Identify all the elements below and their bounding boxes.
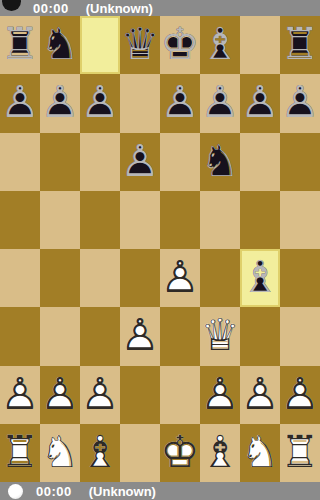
white-player-icon: [8, 484, 23, 499]
square-e4[interactable]: ♟♙: [160, 249, 200, 307]
square-b2[interactable]: ♟♙: [40, 366, 80, 424]
square-a3[interactable]: [0, 307, 40, 365]
square-b8[interactable]: ♞♘: [40, 16, 80, 74]
square-g6[interactable]: [240, 133, 280, 191]
square-g5[interactable]: [240, 191, 280, 249]
white-pawn: ♟♙: [0, 366, 40, 424]
square-b7[interactable]: ♟♙: [40, 74, 80, 132]
black-queen: ♛♕: [120, 16, 160, 74]
square-f3[interactable]: ♛♕: [200, 307, 240, 365]
black-player-icon: [2, 0, 21, 11]
black-pawn: ♟♙: [0, 74, 40, 132]
white-pawn: ♟♙: [280, 366, 320, 424]
square-b5[interactable]: [40, 191, 80, 249]
white-knight: ♞♘: [40, 424, 80, 482]
black-rook: ♜♖: [280, 16, 320, 74]
black-king: ♚♔: [160, 16, 200, 74]
square-g8[interactable]: [240, 16, 280, 74]
black-bishop: ♝♗: [200, 16, 240, 74]
square-a1[interactable]: ♜♖: [0, 424, 40, 482]
square-c6[interactable]: [80, 133, 120, 191]
square-g3[interactable]: [240, 307, 280, 365]
square-g4[interactable]: ♝♗: [240, 249, 280, 307]
square-g7[interactable]: ♟♙: [240, 74, 280, 132]
square-d4[interactable]: [120, 249, 160, 307]
square-e1[interactable]: ♚♔: [160, 424, 200, 482]
square-b1[interactable]: ♞♘: [40, 424, 80, 482]
white-rook: ♜♖: [280, 424, 320, 482]
square-h6[interactable]: [280, 133, 320, 191]
square-a2[interactable]: ♟♙: [0, 366, 40, 424]
white-player-name: (Unknown): [89, 484, 156, 499]
square-h7[interactable]: ♟♙: [280, 74, 320, 132]
square-b6[interactable]: [40, 133, 80, 191]
square-a4[interactable]: [0, 249, 40, 307]
square-h3[interactable]: [280, 307, 320, 365]
square-a5[interactable]: [0, 191, 40, 249]
white-pawn: ♟♙: [120, 307, 160, 365]
square-d5[interactable]: [120, 191, 160, 249]
black-rook: ♜♖: [0, 16, 40, 74]
white-queen: ♛♕: [200, 307, 240, 365]
square-b3[interactable]: [40, 307, 80, 365]
square-h4[interactable]: [280, 249, 320, 307]
square-b4[interactable]: [40, 249, 80, 307]
white-rook: ♜♖: [0, 424, 40, 482]
square-c5[interactable]: [80, 191, 120, 249]
white-pawn: ♟♙: [200, 366, 240, 424]
square-d1[interactable]: [120, 424, 160, 482]
black-pawn: ♟♙: [120, 133, 160, 191]
square-f6[interactable]: ♞♘: [200, 133, 240, 191]
black-pawn: ♟♙: [160, 74, 200, 132]
white-bishop: ♝♗: [80, 424, 120, 482]
square-e8[interactable]: ♚♔: [160, 16, 200, 74]
white-pawn: ♟♙: [80, 366, 120, 424]
black-knight: ♞♘: [40, 16, 80, 74]
square-d8[interactable]: ♛♕: [120, 16, 160, 74]
square-c8[interactable]: [80, 16, 120, 74]
square-e3[interactable]: [160, 307, 200, 365]
square-f4[interactable]: [200, 249, 240, 307]
square-a6[interactable]: [0, 133, 40, 191]
black-clock: 00:00: [33, 1, 69, 16]
square-f2[interactable]: ♟♙: [200, 366, 240, 424]
black-pawn: ♟♙: [40, 74, 80, 132]
white-pawn: ♟♙: [160, 249, 200, 307]
square-g2[interactable]: ♟♙: [240, 366, 280, 424]
square-c7[interactable]: ♟♙: [80, 74, 120, 132]
square-c2[interactable]: ♟♙: [80, 366, 120, 424]
square-g1[interactable]: ♞♘: [240, 424, 280, 482]
square-h2[interactable]: ♟♙: [280, 366, 320, 424]
black-pawn: ♟♙: [240, 74, 280, 132]
square-f1[interactable]: ♝♗: [200, 424, 240, 482]
square-c4[interactable]: [80, 249, 120, 307]
square-e7[interactable]: ♟♙: [160, 74, 200, 132]
square-h8[interactable]: ♜♖: [280, 16, 320, 74]
black-pawn: ♟♙: [280, 74, 320, 132]
white-king: ♚♔: [160, 424, 200, 482]
square-f5[interactable]: [200, 191, 240, 249]
white-knight: ♞♘: [240, 424, 280, 482]
white-pawn: ♟♙: [240, 366, 280, 424]
black-pawn: ♟♙: [80, 74, 120, 132]
black-knight: ♞♘: [200, 133, 240, 191]
square-h1[interactable]: ♜♖: [280, 424, 320, 482]
square-d6[interactable]: ♟♙: [120, 133, 160, 191]
black-player-name: (Unknown): [86, 1, 153, 16]
square-c1[interactable]: ♝♗: [80, 424, 120, 482]
square-f8[interactable]: ♝♗: [200, 16, 240, 74]
square-d7[interactable]: [120, 74, 160, 132]
square-c3[interactable]: [80, 307, 120, 365]
white-player-bar: 00:00 (Unknown): [0, 482, 320, 500]
square-d3[interactable]: ♟♙: [120, 307, 160, 365]
black-player-bar: 00:00 (Unknown): [0, 0, 320, 16]
square-h5[interactable]: [280, 191, 320, 249]
square-e5[interactable]: [160, 191, 200, 249]
square-f7[interactable]: ♟♙: [200, 74, 240, 132]
chess-board: ♜♖♞♘♛♕♚♔♝♗♜♖♟♙♟♙♟♙♟♙♟♙♟♙♟♙♟♙♞♘♟♙♝♗♟♙♛♕♟♙…: [0, 16, 320, 482]
square-a8[interactable]: ♜♖: [0, 16, 40, 74]
white-pawn: ♟♙: [40, 366, 80, 424]
black-bishop: ♝♗: [240, 249, 280, 307]
square-a7[interactable]: ♟♙: [0, 74, 40, 132]
black-pawn: ♟♙: [200, 74, 240, 132]
square-d2[interactable]: [120, 366, 160, 424]
white-bishop: ♝♗: [200, 424, 240, 482]
square-e2[interactable]: [160, 366, 200, 424]
white-clock: 00:00: [36, 484, 72, 499]
square-e6[interactable]: [160, 133, 200, 191]
